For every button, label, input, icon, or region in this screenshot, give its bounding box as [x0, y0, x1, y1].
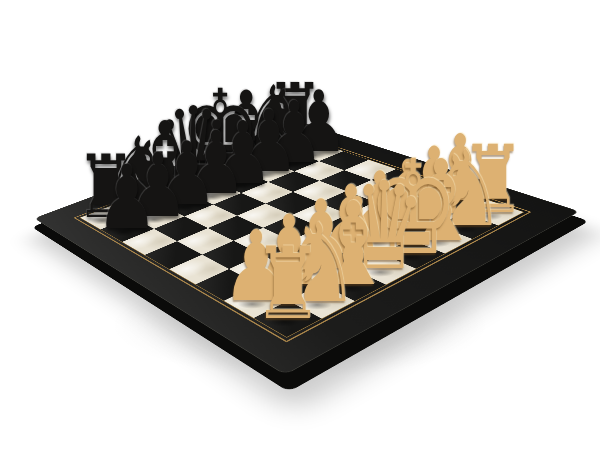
- piece-black-P-a7[interactable]: ♟: [96, 154, 158, 242]
- piece-white-R-a1[interactable]: ♜: [253, 234, 323, 334]
- chess-set-photo: ♜♞♝♛♚♝♞♜♟♟♟♟♟♟♟♟♟♟♟♟♟♟♟♟♜♞♝♛♚♝♞♜: [0, 0, 600, 450]
- pieces-layer: ♜♞♝♛♚♝♞♜♟♟♟♟♟♟♟♟♟♟♟♟♟♟♟♟♜♞♝♛♚♝♞♜: [0, 0, 600, 450]
